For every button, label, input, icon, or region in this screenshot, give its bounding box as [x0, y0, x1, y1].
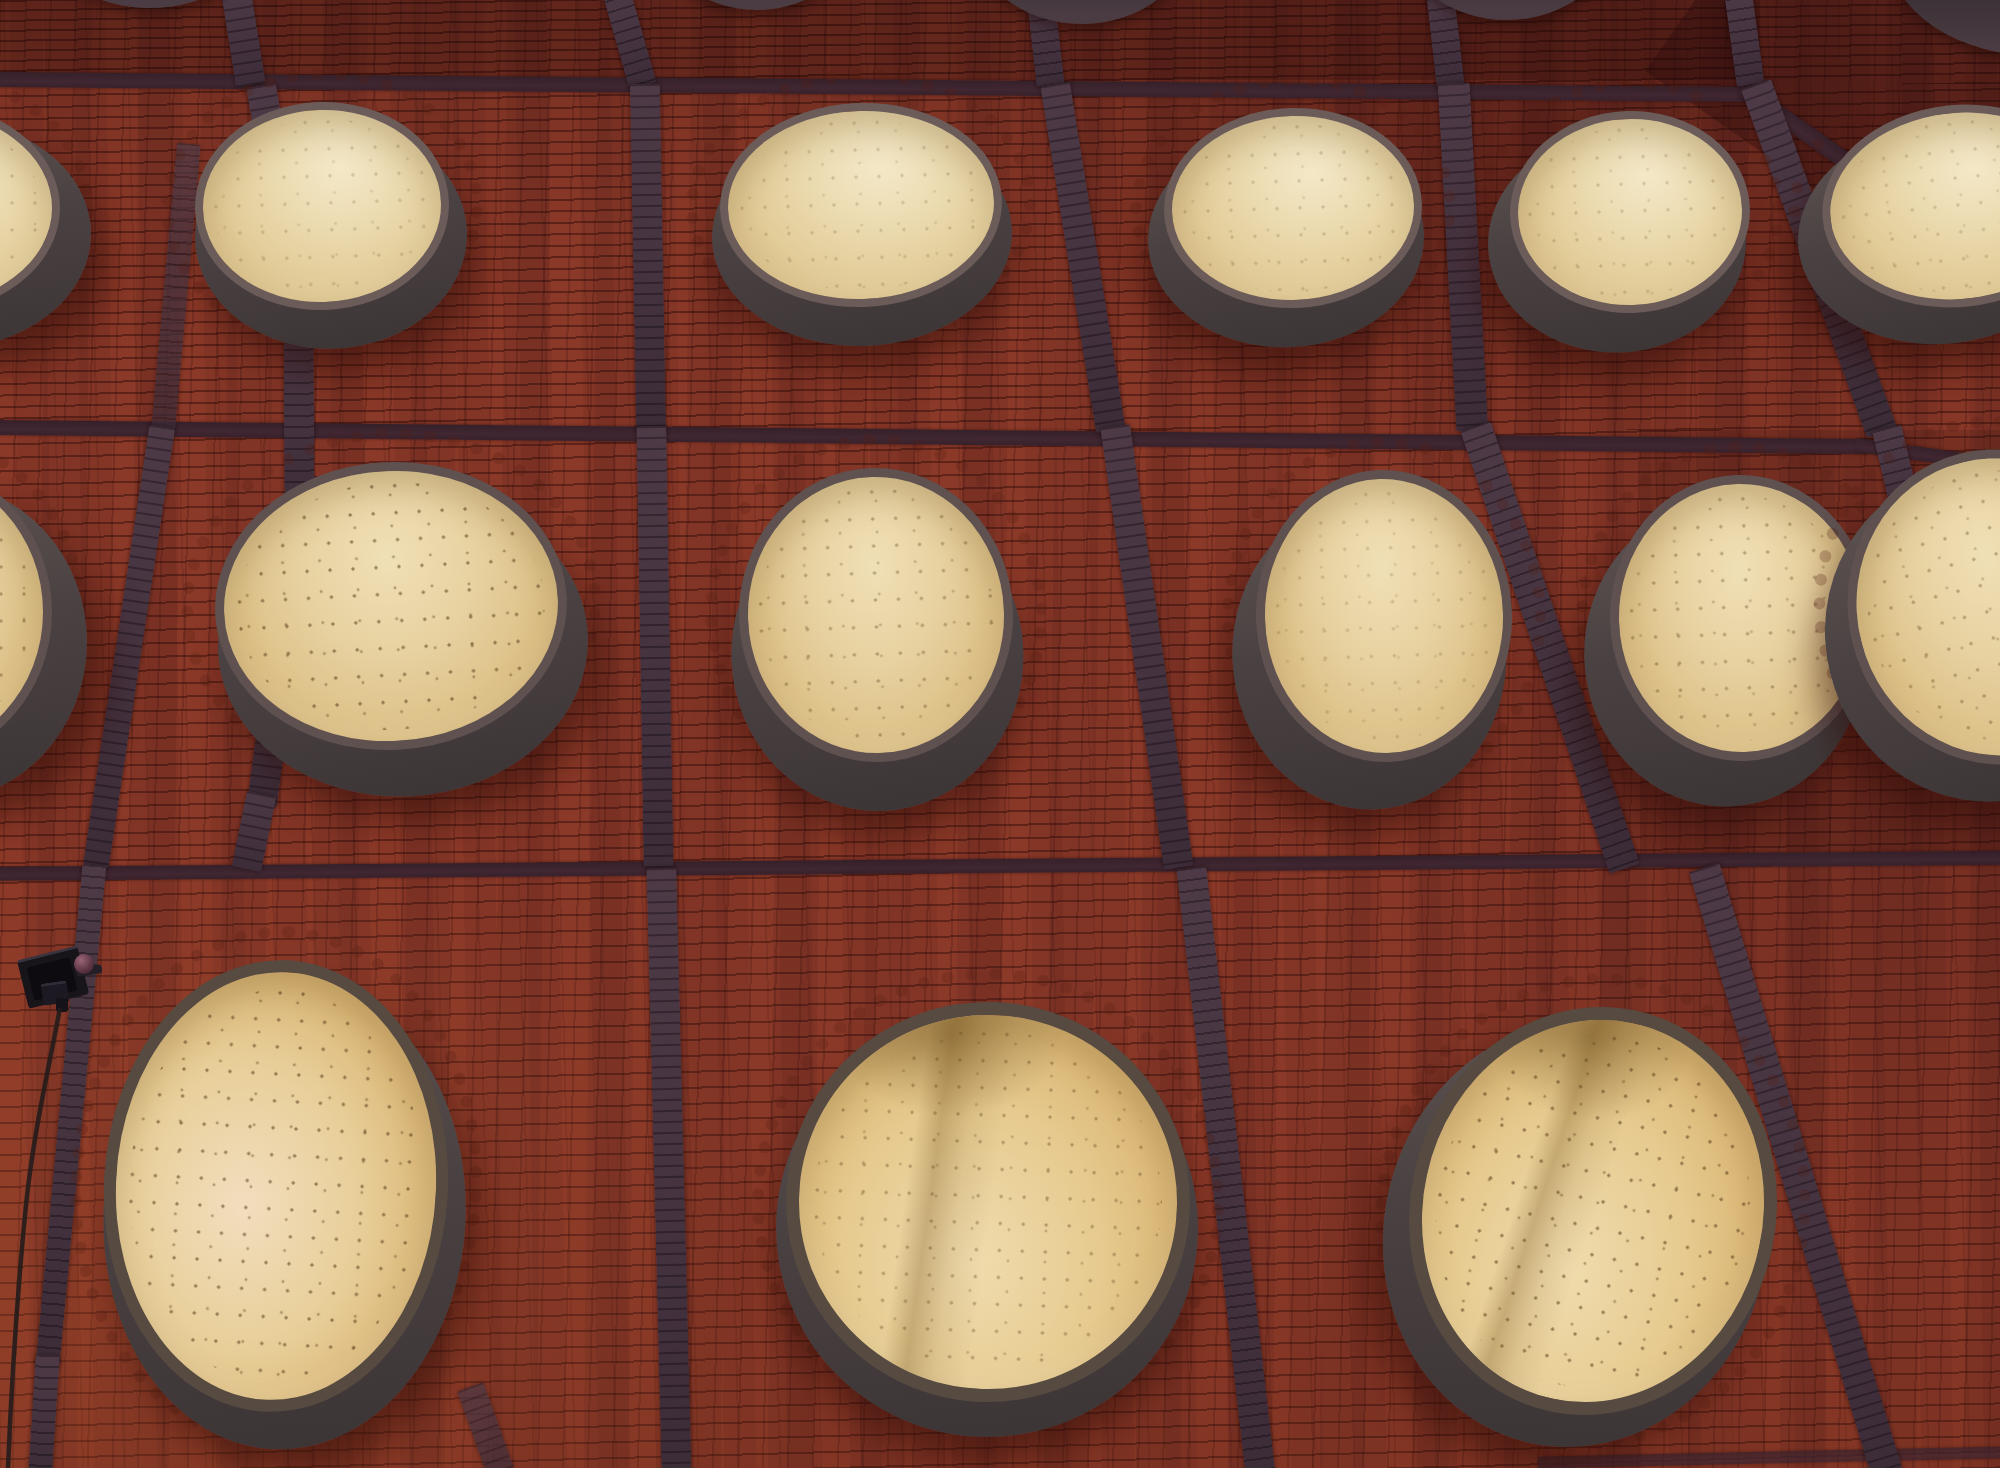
- brick-facade-photo: [0, 0, 2000, 1468]
- brick-course-lines: [0, 84, 2000, 430]
- right-shadow-patch: [1640, 430, 2000, 866]
- top-shadow-strip: [0, 0, 1760, 80]
- brick-course-lines: [0, 866, 2000, 1468]
